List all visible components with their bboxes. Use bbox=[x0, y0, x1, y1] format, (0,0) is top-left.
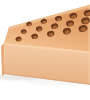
brick-photo bbox=[0, 0, 90, 100]
brick-render bbox=[0, 0, 90, 100]
right-edge-bevel bbox=[88, 5, 90, 85]
